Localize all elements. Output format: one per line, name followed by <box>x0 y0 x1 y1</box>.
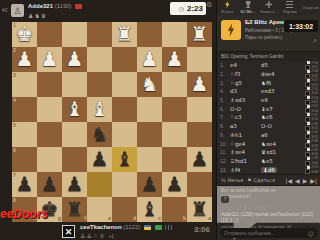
move-row: 7.♘c3♞c62:473:04 <box>217 113 320 122</box>
square-d8[interactable]: d <box>112 197 137 222</box>
move-number: 4. <box>220 88 230 94</box>
square-b3[interactable] <box>162 72 187 97</box>
black-bishop-d6[interactable]: ♝ <box>112 147 137 172</box>
rank-label-2: 2 <box>13 48 16 53</box>
square-h7[interactable]: ♟7 <box>12 172 37 197</box>
square-b5[interactable] <box>162 122 187 147</box>
top-player-avatar[interactable]: ♙ <box>11 4 24 17</box>
white-move[interactable]: e4 <box>230 62 261 68</box>
square-e7[interactable] <box>87 172 112 197</box>
white-move[interactable]: a3 <box>230 123 261 129</box>
square-a1[interactable]: ♜ <box>187 22 212 47</box>
tab-new-game[interactable]: Новая к… <box>259 0 280 15</box>
new-game-matchup: Adde321 (1190) против ceeTkachenon (1122… <box>221 212 317 223</box>
bottom-player-bar: ceeTkachenon (1122) ♙♙♘♕ +1 3:06 <box>0 222 216 240</box>
move-number: 5. <box>220 97 230 103</box>
question-bubble-icon[interactable]: ? <box>221 196 229 203</box>
move-row: 10.♘ge4♞xe42:363:06 <box>217 139 320 148</box>
move-number: 10. <box>220 141 230 147</box>
black-move[interactable]: ♞f6 <box>261 80 292 86</box>
move-number: 3. <box>220 80 230 86</box>
black-move[interactable]: a6 <box>261 132 292 138</box>
move-number: 1. <box>220 62 230 68</box>
bottom-captured-glyphs: ♙♙♘♕ <box>80 232 106 239</box>
tab-games[interactable]: Партии <box>279 0 300 15</box>
chat-input[interactable]: Отправить сообщение... ☺ <box>220 228 318 238</box>
top-player-clock: ◷ 2:23 <box>170 2 206 15</box>
share-icon[interactable]: ↗ <box>312 37 317 44</box>
white-pawn-c2[interactable]: ♟ <box>137 47 162 72</box>
tournament-countdown: 1:33:02 <box>284 20 318 32</box>
avatar-piece-glyph: ♙ <box>13 6 21 16</box>
black-move[interactable]: ♞xe4 <box>261 141 292 147</box>
white-pawn-b2[interactable]: ♟ <box>162 47 187 72</box>
video-watermark: eeDoors <box>0 207 48 221</box>
square-a5[interactable] <box>187 122 212 147</box>
move-number: 2. <box>220 71 230 77</box>
tournament-title: Б2 Blitz Арена <box>245 19 287 25</box>
square-b1[interactable] <box>162 22 187 47</box>
square-c3[interactable]: ♞ <box>137 72 162 97</box>
bottom-player-username: ceeTkachenon <box>80 224 122 230</box>
square-c8[interactable]: ♝c <box>137 197 162 222</box>
black-move[interactable]: e6 <box>261 97 292 103</box>
square-f5[interactable] <box>62 122 87 147</box>
rank-label-3: 3 <box>13 73 16 78</box>
rank-label-7: 7 <box>13 173 16 178</box>
top-player-flag-icon <box>75 4 82 9</box>
emoji-icon[interactable]: ☺ <box>308 230 314 237</box>
square-h5[interactable]: 5 <box>12 122 37 147</box>
resign-button[interactable]: ⚑ Сдаться <box>247 177 275 183</box>
panel-tabs: Играть Б2 Blit… Новая к… Партии Общение <box>217 0 320 15</box>
draw-offer-button[interactable]: ½ Ничья <box>221 177 243 183</box>
move-number: 7. <box>220 114 230 120</box>
move-times: 2:233:06 <box>305 165 318 174</box>
square-g5[interactable] <box>37 122 62 147</box>
top-player-username: Adde321 <box>28 3 53 9</box>
file-label-f: f <box>84 216 86 221</box>
black-rook-f8[interactable]: ♜ <box>62 197 87 222</box>
square-a3[interactable]: ♟ <box>187 72 212 97</box>
square-g4[interactable] <box>37 97 62 122</box>
black-pawn-e6[interactable]: ♟ <box>87 147 112 172</box>
lightning-icon <box>224 1 231 8</box>
rank-label-6: 6 <box>13 148 16 153</box>
top-player-name[interactable]: Adde321 (1190) <box>28 3 82 9</box>
tournament-rank-badge: #2 <box>2 7 8 13</box>
black-pawn-g7[interactable]: ♟ <box>37 172 62 197</box>
white-move[interactable]: ♖fxd1 <box>230 158 261 164</box>
square-e8[interactable]: e <box>87 197 112 222</box>
bottom-captured-pieces: ♙♙♘♕ +1 <box>80 232 114 239</box>
square-c4[interactable] <box>137 97 162 122</box>
black-pawn-a6[interactable]: ♟ <box>187 147 212 172</box>
rank-label-8: 8 <box>13 198 16 203</box>
black-move[interactable]: O-O <box>261 123 292 129</box>
white-move[interactable]: ♘ge4 <box>230 141 261 147</box>
move-row: 1.e4d52:593:01 <box>217 61 320 70</box>
bottom-player-rating: (1122) <box>123 224 140 230</box>
white-knight-c3[interactable]: ♞ <box>137 72 162 97</box>
square-h4[interactable]: 4 <box>12 97 37 122</box>
tab-tournament[interactable]: Б2 Blit… <box>238 0 259 15</box>
file-label-a: a <box>208 216 211 221</box>
square-a4[interactable] <box>187 97 212 122</box>
nav-first-move-button[interactable]: |◀ <box>285 177 292 184</box>
move-number: 8. <box>220 123 230 129</box>
square-c1[interactable] <box>137 22 162 47</box>
white-move[interactable]: ♗xe4 <box>230 149 261 155</box>
move-row: 6.O-O♝e72:503:04 <box>217 104 320 113</box>
ukraine-flag-icon <box>144 225 151 230</box>
move-number: 13. <box>220 167 230 173</box>
black-pawn-f7[interactable]: ♟ <box>62 172 87 197</box>
white-move[interactable]: ♗xd3 <box>230 97 261 103</box>
opening-name-bar[interactable]: B01 Opening: Tennison Gambit ⌄ <box>217 52 320 61</box>
move-row: 4.d3exd32:553:03 <box>217 87 320 96</box>
file-label-c: c <box>158 216 161 221</box>
square-f8[interactable]: ♜f <box>62 197 87 222</box>
nav-next-move-button[interactable]: ▶ <box>303 177 308 184</box>
square-g6[interactable] <box>37 147 62 172</box>
trophy-icon <box>245 1 252 8</box>
move-row: 5.♗xd3e62:533:03 <box>217 96 320 105</box>
top-player-bar: #2 ♙ Adde321 (1190) ♟♞♛ ◷ 2:23 ⚙ <box>0 0 216 22</box>
file-label-d: d <box>133 216 136 221</box>
square-f6[interactable] <box>62 147 87 172</box>
chat-area: Вот за себя LweBoRide не отыгрывался? ☝ … <box>217 186 320 240</box>
square-g1[interactable] <box>37 22 62 47</box>
square-d7[interactable] <box>112 172 137 197</box>
square-f2[interactable]: ♟ <box>62 47 87 72</box>
chess-app-window: #2 ♙ Adde321 (1190) ♟♞♛ ◷ 2:23 ⚙ ♚1♜♜♟2♟… <box>0 0 320 240</box>
black-pawn-b7[interactable]: ♟ <box>162 172 187 197</box>
square-e4[interactable]: ♝ <box>87 97 112 122</box>
square-e2[interactable] <box>87 47 112 72</box>
square-b8[interactable]: b <box>162 197 187 222</box>
square-b6[interactable] <box>162 147 187 172</box>
square-d1[interactable]: ♜ <box>112 22 137 47</box>
square-c7[interactable]: ♟ <box>137 172 162 197</box>
chevron-down-icon: ⌄ <box>313 54 317 60</box>
white-move[interactable]: ♔h1 <box>230 132 261 138</box>
rank-label-5: 5 <box>13 123 16 128</box>
square-b7[interactable]: ♟ <box>162 172 187 197</box>
move-number: 11. <box>220 149 230 155</box>
square-d4[interactable] <box>112 97 137 122</box>
black-move[interactable]: d5 <box>261 62 292 68</box>
clock-icon: ◷ <box>179 5 184 12</box>
square-e1[interactable] <box>87 22 112 47</box>
white-move[interactable]: ♘g5 <box>230 80 261 86</box>
white-pawn-a3[interactable]: ♟ <box>187 72 212 97</box>
file-label-e: e <box>108 216 111 221</box>
square-b2[interactable]: ♟ <box>162 47 187 72</box>
square-f1[interactable] <box>62 22 87 47</box>
move-row: 11.♗xe4♛xd12:323:06 <box>217 148 320 157</box>
white-move[interactable]: ♘f3 <box>230 71 261 77</box>
move-row: 9.♔h1a62:403:05 <box>217 131 320 140</box>
new-game-header: НОВАЯ ПАРТИЯ <box>221 205 267 211</box>
square-h1[interactable]: ♚1 <box>12 22 37 47</box>
tournament-pairing-info: Пары по рейтингу <box>245 35 282 40</box>
white-move[interactable]: ♘c3 <box>230 114 261 120</box>
x-logo-watermark: ✕ <box>62 225 75 238</box>
side-panel: Играть Б2 Blit… Новая к… Партии Общение <box>216 0 320 240</box>
square-h2[interactable]: ♟2 <box>12 47 37 72</box>
white-rook-a1[interactable]: ♜ <box>187 22 212 47</box>
square-f3[interactable] <box>62 72 87 97</box>
material-advantage: +1 <box>108 233 114 239</box>
square-a6[interactable]: ♟ <box>187 147 212 172</box>
move-row: 13.♗f4♝d62:233:06 <box>217 165 320 174</box>
list-icon <box>286 1 293 8</box>
bottom-player-name[interactable]: ceeTkachenon (1122) <box>80 224 172 230</box>
top-captured-pieces: ♟♞♛ <box>28 12 47 19</box>
black-move[interactable]: dxe4 <box>261 71 292 77</box>
file-label-b: b <box>183 216 186 221</box>
square-c6[interactable] <box>137 147 162 172</box>
move-number: 9. <box>220 132 230 138</box>
top-clock-time: 2:23 <box>187 4 203 13</box>
chess-board[interactable]: ♚1♜♜♟2♟♟♟♟3♞♟4♝♝5♞6♟♝♟♟7♟♟♟♟8h♚g♜fed♝cb♜… <box>12 22 212 222</box>
nav-prev-move-button[interactable]: ◀ <box>295 177 300 184</box>
square-h3[interactable]: 3 <box>12 72 37 97</box>
square-c2[interactable]: ♟ <box>137 47 162 72</box>
white-pawn-f2[interactable]: ♟ <box>62 47 87 72</box>
move-navigation: |◀ ◀ ▶ ▶| <box>285 177 317 184</box>
square-d6[interactable]: ♝ <box>112 147 137 172</box>
white-move[interactable]: ♗f4 <box>230 167 261 173</box>
black-knight-e5[interactable]: ♞ <box>87 122 112 147</box>
black-pawn-c7[interactable]: ♟ <box>137 172 162 197</box>
white-pawn-g2[interactable]: ♟ <box>37 47 62 72</box>
move-row: 3.♘g5♞f62:573:02 <box>217 78 320 87</box>
white-bishop-f4[interactable]: ♝ <box>62 97 87 122</box>
move-row: 12.♖fxd1♞e52:283:06 <box>217 157 320 166</box>
black-move-current[interactable]: ♝d6 <box>261 167 277 173</box>
game-action-bar: ½ Ничья ⚑ Сдаться |◀ ◀ ▶ ▶| <box>217 174 320 186</box>
square-a8[interactable]: ♜a <box>187 197 212 222</box>
square-a2[interactable] <box>187 47 212 72</box>
square-g3[interactable] <box>37 72 62 97</box>
square-b4[interactable] <box>162 97 187 122</box>
move-number: 6. <box>220 106 230 112</box>
top-player-rating: (1190) <box>55 3 72 9</box>
chat-message-icons[interactable]: ☝ ⓘ <box>308 188 318 194</box>
square-e6[interactable]: ♟ <box>87 147 112 172</box>
square-f4[interactable]: ♝ <box>62 97 87 122</box>
rank-label-4: 4 <box>13 98 16 103</box>
square-e5[interactable]: ♞ <box>87 122 112 147</box>
tab-play[interactable]: Играть <box>217 0 238 15</box>
opening-name: B01 Opening: Tennison Gambit <box>221 54 283 59</box>
tournament-lightning-icon <box>221 20 241 40</box>
black-move[interactable]: ♛xd1 <box>261 149 292 155</box>
move-row: 2.♘f3dxe42:583:02 <box>217 70 320 79</box>
square-g2[interactable]: ♟ <box>37 47 62 72</box>
move-number: 12. <box>220 158 230 164</box>
black-move[interactable]: exd3 <box>261 88 292 94</box>
gear-icon[interactable]: ⚙ <box>206 1 212 9</box>
rank-label-1: 1 <box>13 23 16 28</box>
square-g7[interactable]: ♟ <box>37 172 62 197</box>
move-row: 8.a3O-O2:443:05 <box>217 122 320 131</box>
white-move[interactable]: O-O <box>230 106 261 112</box>
file-label-g: g <box>58 216 61 221</box>
white-bishop-e4[interactable]: ♝ <box>87 97 112 122</box>
square-h6[interactable]: 6 <box>12 147 37 172</box>
chat-message: Вот за себя LweBoRide не отыгрывался? <box>221 188 305 199</box>
square-a7[interactable] <box>187 172 212 197</box>
white-rook-d1[interactable]: ♜ <box>112 22 137 47</box>
board-column: #2 ♙ Adde321 (1190) ♟♞♛ ◷ 2:23 ⚙ ♚1♜♜♟2♟… <box>0 0 216 240</box>
square-c5[interactable] <box>137 122 162 147</box>
green-flag-icon <box>155 225 162 230</box>
white-move[interactable]: d3 <box>230 88 261 94</box>
move-list[interactable]: 1.e4d52:593:012.♘f3dxe42:583:023.♘g5♞f62… <box>217 61 320 174</box>
square-d2[interactable] <box>112 47 137 72</box>
square-e3[interactable] <box>87 72 112 97</box>
tab-chat[interactable]: Общение <box>300 0 320 15</box>
black-move[interactable]: ♝e7 <box>261 106 292 112</box>
square-d5[interactable] <box>112 122 137 147</box>
black-move[interactable]: ♞c6 <box>261 114 292 120</box>
square-f7[interactable]: ♟ <box>62 172 87 197</box>
tournament-card[interactable]: Б2 Blitz Арена Рейтинговая • 3 | 2 • Аре… <box>217 15 320 52</box>
plus-icon <box>265 1 272 8</box>
square-d3[interactable] <box>112 72 137 97</box>
bottom-player-clock: 3:06 <box>194 225 210 234</box>
striped-flag-icon <box>165 225 172 230</box>
chat-input-placeholder: Отправить сообщение... <box>224 231 275 236</box>
black-move[interactable]: ♞e5 <box>261 158 292 164</box>
nav-last-move-button[interactable]: ▶| <box>310 177 317 184</box>
